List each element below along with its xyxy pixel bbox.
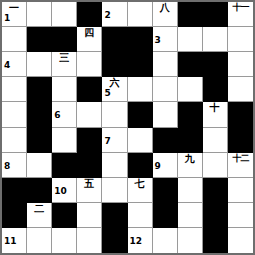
black-cell-9-9 xyxy=(203,203,228,228)
down-clue-label: 十二 xyxy=(228,153,253,164)
black-cell-9-3 xyxy=(52,203,77,228)
black-cell-6-4 xyxy=(77,128,102,153)
crossword-grid: 一12八十一四34三六56十789九十二10五七二1112 xyxy=(0,0,255,255)
black-cell-7-4 xyxy=(77,153,102,178)
cell-10-2[interactable] xyxy=(27,228,52,253)
cell-7-1[interactable]: 8 xyxy=(2,153,27,178)
down-clue-label: 十 xyxy=(203,102,227,113)
cell-10-7[interactable] xyxy=(153,228,178,253)
cell-1-1[interactable]: 一1 xyxy=(2,2,27,27)
black-cell-8-1 xyxy=(2,178,27,203)
down-clue-label: 一 xyxy=(2,2,26,13)
cell-4-8[interactable] xyxy=(178,77,203,102)
black-cell-9-1 xyxy=(2,203,27,228)
cell-3-3[interactable]: 三 xyxy=(52,52,77,77)
cell-7-5[interactable] xyxy=(102,153,127,178)
down-clue-label: 二 xyxy=(27,203,51,214)
black-cell-10-5 xyxy=(102,228,127,253)
cell-3-7[interactable] xyxy=(153,52,178,77)
across-clue-number: 11 xyxy=(4,236,17,246)
down-clue-label: 十一 xyxy=(228,2,253,13)
cell-4-6[interactable] xyxy=(128,77,153,102)
cell-2-9[interactable] xyxy=(203,27,228,52)
cell-6-6[interactable] xyxy=(128,128,153,153)
cell-9-10[interactable] xyxy=(228,203,253,228)
black-cell-3-8 xyxy=(178,52,203,77)
black-cell-1-4 xyxy=(77,2,102,27)
across-clue-number: 2 xyxy=(104,10,110,20)
cell-9-2[interactable]: 二 xyxy=(27,203,52,228)
cell-4-7[interactable] xyxy=(153,77,178,102)
cell-7-7[interactable]: 9 xyxy=(153,153,178,178)
cell-9-8[interactable] xyxy=(178,203,203,228)
across-clue-number: 12 xyxy=(130,236,143,246)
cell-7-10[interactable]: 十二 xyxy=(228,153,253,178)
across-clue-number: 8 xyxy=(4,161,10,171)
cell-8-8[interactable] xyxy=(178,178,203,203)
across-clue-number: 3 xyxy=(155,35,161,45)
cell-2-1[interactable] xyxy=(2,27,27,52)
across-clue-number: 5 xyxy=(104,88,110,98)
cell-3-4[interactable] xyxy=(77,52,102,77)
cell-5-4[interactable] xyxy=(77,102,102,127)
cell-9-4[interactable] xyxy=(77,203,102,228)
black-cell-6-2 xyxy=(27,128,52,153)
cell-2-8[interactable] xyxy=(178,27,203,52)
black-cell-4-2 xyxy=(27,77,52,102)
across-clue-number: 10 xyxy=(54,186,67,196)
cell-4-1[interactable] xyxy=(2,77,27,102)
down-clue-label: 六 xyxy=(102,77,126,88)
cell-5-3[interactable]: 6 xyxy=(52,102,77,127)
down-clue-label: 五 xyxy=(77,178,101,189)
black-cell-1-9 xyxy=(203,2,228,27)
cell-2-10[interactable] xyxy=(228,27,253,52)
down-clue-label: 三 xyxy=(52,52,76,63)
cell-9-6[interactable] xyxy=(128,203,153,228)
cell-3-2[interactable] xyxy=(27,52,52,77)
black-cell-2-3 xyxy=(52,27,77,52)
cell-8-6[interactable]: 七 xyxy=(128,178,153,203)
cell-7-2[interactable] xyxy=(27,153,52,178)
black-cell-8-9 xyxy=(203,178,228,203)
cell-2-4[interactable]: 四 xyxy=(77,27,102,52)
across-clue-number: 1 xyxy=(4,13,10,23)
black-cell-2-2 xyxy=(27,27,52,52)
cell-3-1[interactable]: 4 xyxy=(2,52,27,77)
cell-1-10[interactable]: 十一 xyxy=(228,2,253,27)
black-cell-8-2 xyxy=(27,178,52,203)
cell-10-10[interactable] xyxy=(228,228,253,253)
cell-8-10[interactable] xyxy=(228,178,253,203)
black-cell-6-8 xyxy=(178,128,203,153)
cell-1-6[interactable] xyxy=(128,2,153,27)
black-cell-2-6 xyxy=(128,27,153,52)
cell-5-1[interactable] xyxy=(2,102,27,127)
across-clue-number: 6 xyxy=(54,110,60,120)
cell-5-9[interactable]: 十 xyxy=(203,102,228,127)
cell-10-3[interactable] xyxy=(52,228,77,253)
cell-2-7[interactable]: 3 xyxy=(153,27,178,52)
cell-7-8[interactable]: 九 xyxy=(178,153,203,178)
cell-10-1[interactable]: 11 xyxy=(2,228,27,253)
cell-6-9[interactable] xyxy=(203,128,228,153)
black-cell-3-9 xyxy=(203,52,228,77)
cell-1-2[interactable] xyxy=(27,2,52,27)
cell-1-3[interactable] xyxy=(52,2,77,27)
black-cell-2-5 xyxy=(102,27,127,52)
black-cell-1-8 xyxy=(178,2,203,27)
black-cell-9-7 xyxy=(153,203,178,228)
cell-6-1[interactable] xyxy=(2,128,27,153)
across-clue-number: 4 xyxy=(4,60,10,70)
cell-4-3[interactable] xyxy=(52,77,77,102)
cell-10-4[interactable] xyxy=(77,228,102,253)
black-cell-7-6 xyxy=(128,153,153,178)
cell-7-9[interactable] xyxy=(203,153,228,178)
black-cell-7-3 xyxy=(52,153,77,178)
black-cell-6-7 xyxy=(153,128,178,153)
black-cell-5-10 xyxy=(228,102,253,127)
cell-4-5[interactable]: 六5 xyxy=(102,77,127,102)
cell-10-8[interactable] xyxy=(178,228,203,253)
black-cell-8-7 xyxy=(153,178,178,203)
down-clue-label: 四 xyxy=(77,27,101,38)
black-cell-10-9 xyxy=(203,228,228,253)
black-cell-5-8 xyxy=(178,102,203,127)
black-cell-3-6 xyxy=(128,52,153,77)
cell-6-5[interactable]: 7 xyxy=(102,128,127,153)
black-cell-6-10 xyxy=(228,128,253,153)
down-clue-label: 八 xyxy=(153,2,177,13)
cell-3-10[interactable] xyxy=(228,52,253,77)
cell-5-5[interactable] xyxy=(102,102,127,127)
cell-6-3[interactable] xyxy=(52,128,77,153)
black-cell-9-5 xyxy=(102,203,127,228)
down-clue-label: 七 xyxy=(128,178,152,189)
down-clue-label: 九 xyxy=(178,153,202,164)
across-clue-number: 7 xyxy=(104,136,110,146)
cell-10-6[interactable]: 12 xyxy=(128,228,153,253)
cell-4-10[interactable] xyxy=(228,77,253,102)
cell-5-7[interactable] xyxy=(153,102,178,127)
cell-1-5[interactable]: 2 xyxy=(102,2,127,27)
black-cell-4-9 xyxy=(203,77,228,102)
black-cell-3-5 xyxy=(102,52,127,77)
across-clue-number: 9 xyxy=(155,161,161,171)
cell-8-3[interactable]: 10 xyxy=(52,178,77,203)
black-cell-4-4 xyxy=(77,77,102,102)
cell-8-4[interactable]: 五 xyxy=(77,178,102,203)
cell-8-5[interactable] xyxy=(102,178,127,203)
black-cell-5-6 xyxy=(128,102,153,127)
black-cell-5-2 xyxy=(27,102,52,127)
cell-1-7[interactable]: 八 xyxy=(153,2,178,27)
